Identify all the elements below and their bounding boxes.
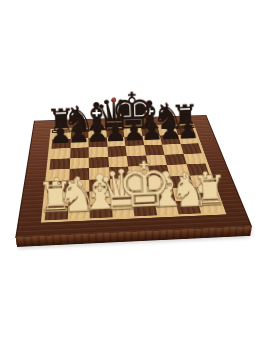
white-king-e1: ♚ (116, 154, 174, 218)
pieces-layer: ♜♞♝♛♚♝♞♜♟♟♟♟♟♟♟♟♟♟♟♟♟♟♟♟♜♞♝♛♚♝♞♜ (45, 125, 223, 220)
black-pawn-h7: ♟ (177, 117, 200, 143)
white-knight-g1: ♞ (167, 167, 209, 214)
chess-board: ♜♞♝♛♚♝♞♜♟♟♟♟♟♟♟♟♟♟♟♟♟♟♟♟♜♞♝♛♚♝♞♜ (15, 115, 252, 238)
product-photo: ♜♞♝♛♚♝♞♜♟♟♟♟♟♟♟♟♟♟♟♟♟♟♟♟♜♞♝♛♚♝♞♜ (0, 0, 255, 340)
board-front-edge (15, 226, 252, 247)
